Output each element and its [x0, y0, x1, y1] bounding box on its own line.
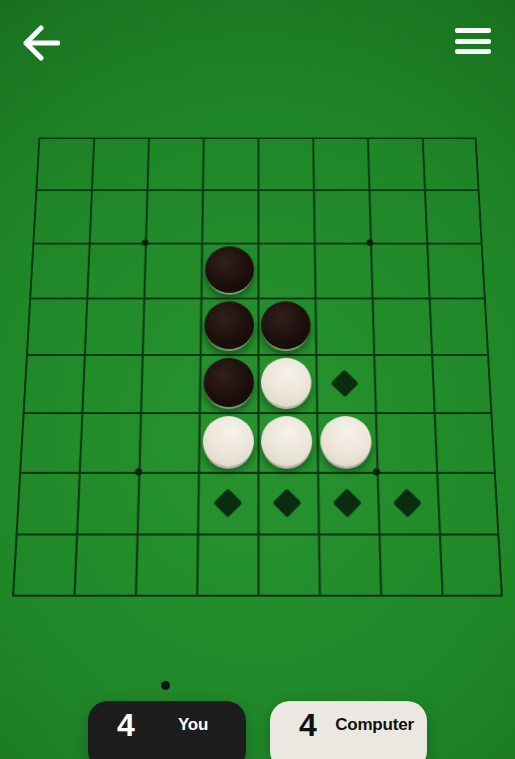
legal-move-hint[interactable] [331, 369, 359, 397]
turn-indicator-dot [161, 681, 170, 690]
player-label: You [140, 713, 246, 737]
board[interactable] [12, 137, 503, 596]
black-disc [204, 301, 254, 349]
board-star-point [135, 468, 142, 475]
legal-move-hint[interactable] [213, 488, 242, 518]
black-disc [203, 357, 254, 406]
game-screen: 4 You 4 Computer [0, 0, 515, 759]
legal-move-hint[interactable] [333, 488, 362, 518]
hamburger-icon [455, 39, 491, 44]
board-star-point [367, 239, 374, 245]
black-disc [261, 301, 311, 349]
white-disc [261, 357, 312, 406]
hamburger-icon [455, 28, 491, 33]
legal-move-hint[interactable] [273, 488, 302, 518]
computer-score: 4 [294, 713, 322, 737]
black-disc [204, 246, 253, 292]
legal-move-hint[interactable] [393, 488, 422, 518]
player-score: 4 [112, 713, 140, 737]
arrow-left-icon [22, 25, 60, 61]
computer-label: Computer [322, 713, 427, 737]
computer-score-card: 4 Computer [270, 701, 427, 759]
board-star-point [141, 239, 148, 245]
board-star-point [373, 468, 380, 475]
white-disc [320, 416, 372, 467]
back-button[interactable] [14, 17, 68, 69]
white-disc [261, 416, 312, 467]
white-disc [202, 416, 253, 467]
player-score-card: 4 You [88, 701, 246, 759]
hamburger-icon [455, 49, 491, 54]
menu-button[interactable] [449, 22, 497, 60]
